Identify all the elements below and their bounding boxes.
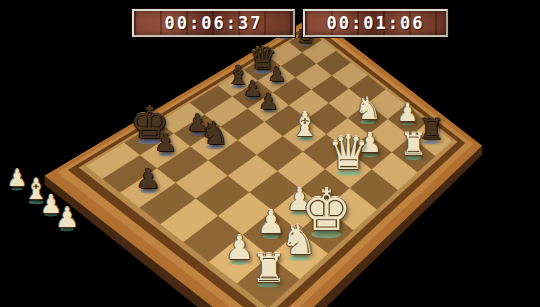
clock-left: 00:06:37 <box>132 9 295 37</box>
piece-white-knight-g3[interactable]: ♞ <box>354 94 381 124</box>
piece-black-pawn-b7[interactable]: ♟ <box>154 131 177 156</box>
piece-white-pawn-a2[interactable]: ♟ <box>225 232 254 265</box>
captured-white-pawn-3: ♟ <box>55 204 79 231</box>
piece-white-pawn-h2[interactable]: ♟ <box>397 102 419 126</box>
clock-right-time: 00:01:06 <box>327 13 425 33</box>
piece-white-knight-b1[interactable]: ♞ <box>281 220 318 261</box>
piece-white-queen-e2[interactable]: ♛ <box>328 130 370 177</box>
piece-black-knight-c6[interactable]: ♞ <box>200 118 228 149</box>
piece-black-pawn-e6[interactable]: ♟ <box>258 89 278 112</box>
piece-white-rook-g1[interactable]: ♜ <box>400 129 427 159</box>
piece-white-rook-a1[interactable]: ♜ <box>251 249 286 288</box>
piece-black-pawn-a6[interactable]: ♟ <box>136 165 161 193</box>
chess-game-scene: 00:06:37 00:01:06 ♜♞♚♜♟♟♟♛♟♟♞♝♜♚♝♛♜♟♟♟♟♟… <box>0 0 540 307</box>
piece-white-bishop-e4[interactable]: ♝ <box>290 108 320 141</box>
piece-black-pawn-f7[interactable]: ♟ <box>268 64 286 84</box>
clock-right: 00:01:06 <box>303 9 448 37</box>
clock-left-time: 00:06:37 <box>165 13 263 33</box>
